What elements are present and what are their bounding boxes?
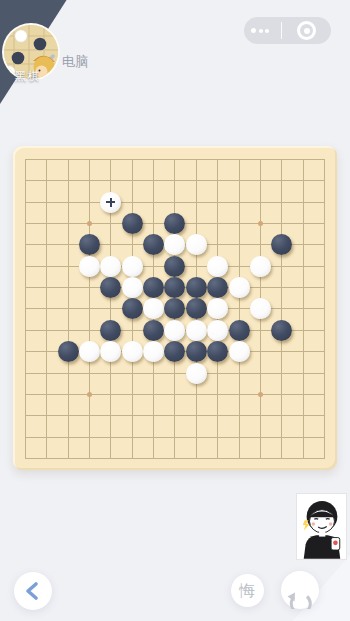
- star-point: [87, 221, 92, 226]
- player-side-badge: 黑棋: [15, 69, 40, 84]
- board-grid[interactable]: [25, 159, 325, 459]
- restart-button[interactable]: [281, 571, 319, 609]
- stone-white: [186, 320, 207, 341]
- stone-black: [100, 320, 121, 341]
- stone-white: [164, 320, 185, 341]
- stone-white: [164, 234, 185, 255]
- star-point: [258, 221, 263, 226]
- stone-black: [207, 277, 228, 298]
- gomoku-board: [13, 146, 337, 470]
- undo-move-button[interactable]: 悔: [231, 574, 264, 607]
- app-frame: 黑棋 电脑: [0, 0, 350, 621]
- stone-white: [122, 277, 143, 298]
- stone-white: [207, 298, 228, 319]
- wechat-capsule: [244, 17, 331, 44]
- more-dots-icon: [251, 28, 256, 33]
- stone-white: [229, 341, 250, 362]
- stone-black: [122, 298, 143, 319]
- more-dots-icon: [259, 29, 263, 33]
- star-point: [87, 392, 92, 397]
- stone-black: [79, 234, 100, 255]
- opponent-name: 电脑: [62, 53, 88, 71]
- stone-black: [164, 256, 185, 277]
- stone-black: [207, 341, 228, 362]
- stone-black: [186, 277, 207, 298]
- stone-white: [122, 256, 143, 277]
- stone-white: [207, 256, 228, 277]
- stone-white: [207, 320, 228, 341]
- more-options-button[interactable]: [244, 17, 281, 44]
- stone-black: [164, 298, 185, 319]
- stone-white: [250, 298, 271, 319]
- stone-black: [271, 234, 292, 255]
- stone-white: [122, 341, 143, 362]
- stone-white: [79, 341, 100, 362]
- stone-white: [143, 341, 164, 362]
- more-dots-icon: [265, 29, 269, 33]
- cartoon-man-avatar-image: [297, 494, 346, 559]
- stone-black: [186, 341, 207, 362]
- stone-black: [58, 341, 79, 362]
- stone-black: [100, 277, 121, 298]
- stone-white: [250, 256, 271, 277]
- stone-white: [186, 363, 207, 384]
- stone-white: [79, 256, 100, 277]
- home-circle-icon: [304, 28, 310, 34]
- last-move-marker: [106, 198, 115, 207]
- stone-white: [186, 234, 207, 255]
- stone-black: [186, 298, 207, 319]
- stone-white: [229, 277, 250, 298]
- stone-black: [143, 320, 164, 341]
- stone-white: [100, 256, 121, 277]
- stone-black: [143, 234, 164, 255]
- stone-white: [100, 341, 121, 362]
- stone-white: [143, 298, 164, 319]
- stone-black: [164, 213, 185, 234]
- stone-black: [164, 341, 185, 362]
- stone-black: [229, 320, 250, 341]
- star-point: [258, 392, 263, 397]
- stone-black: [164, 277, 185, 298]
- home-button[interactable]: [282, 17, 331, 44]
- stone-black: [122, 213, 143, 234]
- player-avatar: [296, 493, 347, 560]
- chevron-left-icon: [14, 572, 52, 610]
- restart-icon: [281, 571, 319, 609]
- back-button[interactable]: [14, 572, 52, 610]
- stone-black: [143, 277, 164, 298]
- stone-black: [271, 320, 292, 341]
